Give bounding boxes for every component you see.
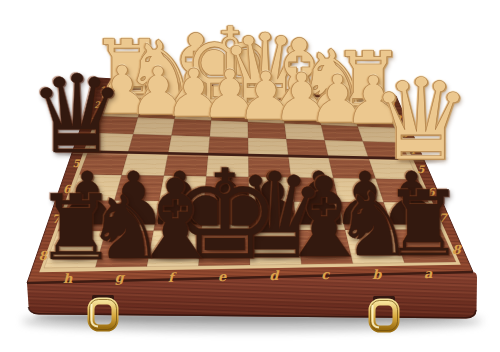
- rank-label-right-4: 4: [409, 145, 417, 156]
- rank-label-left-5: 5: [72, 157, 80, 169]
- rank-label-right-2: 2: [395, 114, 402, 124]
- file-label-b: b: [372, 267, 382, 282]
- rank-label-left-6: 6: [63, 183, 72, 196]
- rank-label-left-4: 4: [81, 136, 89, 147]
- file-label-e: e: [218, 269, 227, 284]
- rank-label-right-1: 1: [389, 101, 395, 111]
- rank-label-left-2: 2: [94, 100, 101, 110]
- rank-label-left-8: 8: [39, 248, 49, 263]
- file-label-a: a: [424, 266, 433, 281]
- rank-label-left-1: 1: [100, 85, 106, 95]
- file-label-h: h: [63, 271, 73, 286]
- chess-set-photo: hgfedcba1122334455667788 ♜♞♝♚♛♝♞♜♟♟♟♟♟♟♟…: [0, 0, 500, 352]
- folding-chessboard: hgfedcba1122334455667788: [0, 0, 500, 352]
- rank-label-right-5: 5: [417, 163, 425, 175]
- file-label-c: c: [321, 267, 330, 282]
- rank-label-right-8: 8: [452, 242, 462, 257]
